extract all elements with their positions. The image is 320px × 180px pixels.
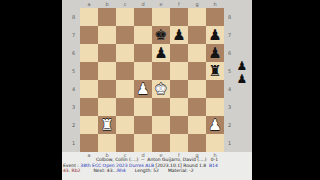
square-b6 (98, 44, 116, 62)
black-pawn-icon: ♟ (170, 26, 188, 44)
square-a2 (80, 116, 98, 134)
white-rook-icon: ♜ (98, 116, 116, 134)
square-a5 (80, 62, 98, 80)
square-d5 (134, 62, 152, 80)
black-pawn-icon: ♟ (237, 73, 248, 86)
square-d3 (134, 98, 152, 116)
square-a7 (80, 26, 98, 44)
square-a8 (80, 8, 98, 26)
square-d1 (134, 134, 152, 152)
file-label-f: f (170, 1, 188, 7)
caption-area: abcdefgh Colbow, Collin (....) -- Anton … (62, 152, 252, 180)
rank-label-7: 7 (69, 26, 78, 44)
caption-segment: Event : (63, 163, 80, 168)
square-e3 (152, 98, 170, 116)
rank-label-8: 8 (69, 8, 78, 26)
rank-label-1: 1 (69, 134, 78, 152)
chess-board: ♚♟♟♟♟♜♟♚♜♟ (80, 8, 224, 152)
rank-label-4: 4 (225, 80, 234, 98)
rank-label-1: 1 (225, 134, 234, 152)
square-c7 (116, 26, 134, 44)
chess-gui-panel: abcdefgh 87654321 ♚♟♟♟♟♜♟♚♜♟ 87654321 ♟♟… (62, 0, 252, 180)
square-c5 (116, 62, 134, 80)
square-c3 (116, 98, 134, 116)
square-h3 (206, 98, 224, 116)
square-d4: ♟ (134, 80, 152, 98)
caption-segment: Next: 43... (93, 168, 116, 173)
square-g5 (188, 62, 206, 80)
square-b2: ♜ (98, 116, 116, 134)
caption-segment: 43. Rb2 (63, 168, 80, 173)
square-c8 (116, 8, 134, 26)
square-d2 (134, 116, 152, 134)
square-g2 (188, 116, 206, 134)
square-d6 (134, 44, 152, 62)
square-c1 (116, 134, 134, 152)
file-label-b: b (98, 1, 116, 7)
black-pawn-icon: ♟ (206, 44, 224, 62)
black-king-icon: ♚ (152, 26, 170, 44)
rank-label-6: 6 (69, 44, 78, 62)
square-f8 (170, 8, 188, 26)
square-h8 (206, 8, 224, 26)
square-c4 (116, 80, 134, 98)
captured-pawns-tray: ♟♟ (235, 60, 249, 86)
square-b7 (98, 26, 116, 44)
square-g1 (188, 134, 206, 152)
square-f3 (170, 98, 188, 116)
square-f1 (170, 134, 188, 152)
status-line: 43. Rb2Next: 43...Rh4Length: 52Material:… (63, 168, 203, 173)
square-e4: ♚ (152, 80, 170, 98)
square-b3 (98, 98, 116, 116)
square-e2 (152, 116, 170, 134)
rank-label-4: 4 (69, 80, 78, 98)
black-pawn-icon: ♟ (152, 44, 170, 62)
square-e6: ♟ (152, 44, 170, 62)
square-f7: ♟ (170, 26, 188, 44)
square-b5 (98, 62, 116, 80)
black-pawn-icon: ♟ (206, 26, 224, 44)
white-pawn-icon: ♟ (134, 80, 152, 98)
square-b4 (98, 80, 116, 98)
event-line: Event : 38th ECC Open 2023 Durres ALB [2… (63, 163, 218, 168)
square-a3 (80, 98, 98, 116)
square-b8 (98, 8, 116, 26)
square-c2 (116, 116, 134, 134)
square-h5: ♜ (206, 62, 224, 80)
square-g8 (188, 8, 206, 26)
rank-label-2: 2 (225, 116, 234, 134)
square-g3 (188, 98, 206, 116)
square-a6 (80, 44, 98, 62)
square-g7 (188, 26, 206, 44)
square-c6 (116, 44, 134, 62)
file-label-g: g (188, 1, 206, 7)
square-e8 (152, 8, 170, 26)
square-h6: ♟ (206, 44, 224, 62)
rank-label-6: 6 (225, 44, 234, 62)
caption-segment: [2023.10.1] Round 1.8 (154, 163, 209, 168)
square-b1 (98, 134, 116, 152)
rank-label-5: 5 (69, 62, 78, 80)
file-label-c: c (116, 1, 134, 7)
black-rook-icon: ♜ (206, 62, 224, 80)
square-h7: ♟ (206, 26, 224, 44)
players-line: Colbow, Collin (....) -- Anton Guijarro,… (62, 157, 252, 162)
rank-label-3: 3 (225, 98, 234, 116)
square-d8 (134, 8, 152, 26)
square-h4 (206, 80, 224, 98)
square-a4 (80, 80, 98, 98)
rank-label-2: 2 (69, 116, 78, 134)
square-h2: ♟ (206, 116, 224, 134)
square-e7: ♚ (152, 26, 170, 44)
white-king-icon: ♚ (152, 80, 170, 98)
rank-labels-left: 87654321 (69, 8, 78, 152)
square-h1 (206, 134, 224, 152)
square-g6 (188, 44, 206, 62)
caption-segment: Rh4 (117, 168, 126, 173)
file-label-d: d (134, 1, 152, 7)
caption-segment: B14 (209, 163, 218, 168)
square-f5 (170, 62, 188, 80)
square-e1 (152, 134, 170, 152)
caption-segment: 38th ECC Open 2023 Durres ALB (80, 163, 154, 168)
caption-segment: Material: -2 (168, 168, 194, 173)
rank-label-5: 5 (225, 62, 234, 80)
square-d7 (134, 26, 152, 44)
white-pawn-icon: ♟ (206, 116, 224, 134)
file-label-h: h (206, 1, 224, 7)
rank-label-8: 8 (225, 8, 234, 26)
square-a1 (80, 134, 98, 152)
rank-label-7: 7 (225, 26, 234, 44)
caption-segment: Length: 52 (135, 168, 159, 173)
square-f4 (170, 80, 188, 98)
file-labels-top: abcdefgh (80, 1, 224, 7)
square-f2 (170, 116, 188, 134)
rank-labels-right: 87654321 (225, 8, 234, 152)
file-label-a: a (80, 1, 98, 7)
square-e5 (152, 62, 170, 80)
square-g4 (188, 80, 206, 98)
file-label-e: e (152, 1, 170, 7)
square-f6 (170, 44, 188, 62)
rank-label-3: 3 (69, 98, 78, 116)
